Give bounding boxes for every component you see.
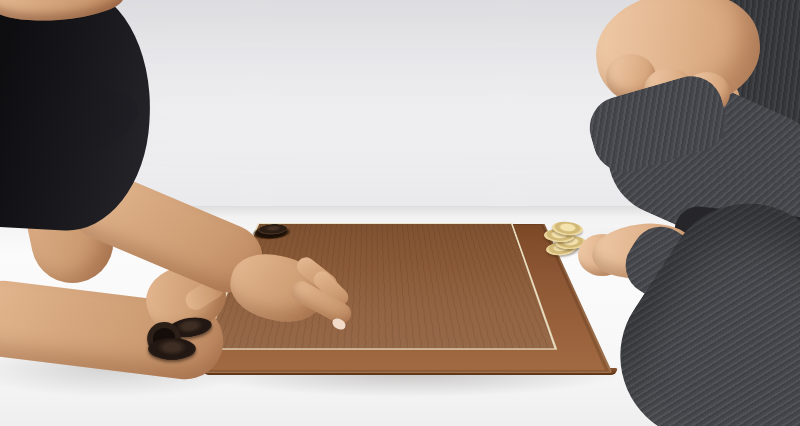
captured-dark-piece[interactable] (148, 338, 196, 360)
photo-scene (0, 0, 800, 426)
captured-dark-cluster (140, 314, 220, 366)
dark-piece-h8[interactable] (256, 224, 288, 234)
